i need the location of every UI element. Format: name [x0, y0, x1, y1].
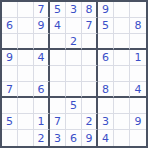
cell-r7c2[interactable]: [18, 98, 34, 114]
cell-r5c1[interactable]: [2, 66, 18, 82]
cell-r5c7[interactable]: [98, 66, 114, 82]
cell-r1c8[interactable]: [114, 2, 130, 18]
cell-r8c5[interactable]: [66, 114, 82, 130]
cell-r2c7[interactable]: 5: [98, 18, 114, 34]
cell-r7c9[interactable]: [130, 98, 146, 114]
cell-r8c4[interactable]: 7: [50, 114, 66, 130]
cell-r2c2[interactable]: [18, 18, 34, 34]
cell-r2c6[interactable]: 7: [82, 18, 98, 34]
cell-r4c1[interactable]: 9: [2, 50, 18, 66]
cell-r6c3[interactable]: 6: [34, 82, 50, 98]
cell-r3c7[interactable]: [98, 34, 114, 50]
cell-r4c7[interactable]: 6: [98, 50, 114, 66]
cell-r9c8[interactable]: [114, 130, 130, 146]
cell-r8c2[interactable]: [18, 114, 34, 130]
cell-r1c3[interactable]: 7: [34, 2, 50, 18]
cell-r2c8[interactable]: [114, 18, 130, 34]
cell-r7c4[interactable]: [50, 98, 66, 114]
cell-r3c2[interactable]: [18, 34, 34, 50]
cell-r7c8[interactable]: [114, 98, 130, 114]
cell-r8c1[interactable]: 5: [2, 114, 18, 130]
cell-r8c9[interactable]: 9: [130, 114, 146, 130]
cell-r5c4[interactable]: [50, 66, 66, 82]
cell-r2c4[interactable]: 4: [50, 18, 66, 34]
cell-r9c5[interactable]: 6: [66, 130, 82, 146]
cell-r2c3[interactable]: 9: [34, 18, 50, 34]
cell-r1c9[interactable]: [130, 2, 146, 18]
cell-r9c2[interactable]: [18, 130, 34, 146]
cell-r4c5[interactable]: [66, 50, 82, 66]
cell-r9c4[interactable]: 3: [50, 130, 66, 146]
cell-r1c6[interactable]: 8: [82, 2, 98, 18]
cell-r6c5[interactable]: [66, 82, 82, 98]
sudoku-board: 75389694758294617684551723923694: [0, 0, 148, 148]
cell-r9c9[interactable]: [130, 130, 146, 146]
cell-r1c5[interactable]: 3: [66, 2, 82, 18]
cell-r5c5[interactable]: [66, 66, 82, 82]
cell-r6c1[interactable]: 7: [2, 82, 18, 98]
cell-r8c3[interactable]: 1: [34, 114, 50, 130]
cell-r4c9[interactable]: 1: [130, 50, 146, 66]
cell-r6c2[interactable]: [18, 82, 34, 98]
cell-r9c7[interactable]: 4: [98, 130, 114, 146]
cell-r3c5[interactable]: 2: [66, 34, 82, 50]
cell-r6c4[interactable]: [50, 82, 66, 98]
cell-r4c6[interactable]: [82, 50, 98, 66]
cell-r1c2[interactable]: [18, 2, 34, 18]
cell-r7c6[interactable]: [82, 98, 98, 114]
cell-r2c1[interactable]: 6: [2, 18, 18, 34]
cell-r6c8[interactable]: [114, 82, 130, 98]
cell-r4c2[interactable]: [18, 50, 34, 66]
cell-r3c8[interactable]: [114, 34, 130, 50]
cell-r9c3[interactable]: 2: [34, 130, 50, 146]
cell-r3c1[interactable]: [2, 34, 18, 50]
cell-r5c3[interactable]: [34, 66, 50, 82]
cell-r8c7[interactable]: 3: [98, 114, 114, 130]
cell-r4c4[interactable]: [50, 50, 66, 66]
cell-r6c7[interactable]: 8: [98, 82, 114, 98]
cell-r3c3[interactable]: [34, 34, 50, 50]
cell-r7c5[interactable]: 5: [66, 98, 82, 114]
cell-r9c1[interactable]: [2, 130, 18, 146]
cell-r3c6[interactable]: [82, 34, 98, 50]
cell-r7c7[interactable]: [98, 98, 114, 114]
cell-r7c1[interactable]: [2, 98, 18, 114]
cell-r2c9[interactable]: 8: [130, 18, 146, 34]
cell-r7c3[interactable]: [34, 98, 50, 114]
cell-r4c3[interactable]: 4: [34, 50, 50, 66]
cell-r1c4[interactable]: 5: [50, 2, 66, 18]
cell-r5c6[interactable]: [82, 66, 98, 82]
cell-r8c6[interactable]: 2: [82, 114, 98, 130]
cell-r9c6[interactable]: 9: [82, 130, 98, 146]
cell-r2c5[interactable]: [66, 18, 82, 34]
cell-r4c8[interactable]: [114, 50, 130, 66]
cell-r1c7[interactable]: 9: [98, 2, 114, 18]
cell-r5c8[interactable]: [114, 66, 130, 82]
cell-r8c8[interactable]: [114, 114, 130, 130]
cell-r5c9[interactable]: [130, 66, 146, 82]
cell-r5c2[interactable]: [18, 66, 34, 82]
cell-r3c4[interactable]: [50, 34, 66, 50]
cell-r6c6[interactable]: [82, 82, 98, 98]
cell-r3c9[interactable]: [130, 34, 146, 50]
cell-r1c1[interactable]: [2, 2, 18, 18]
cell-r6c9[interactable]: 4: [130, 82, 146, 98]
